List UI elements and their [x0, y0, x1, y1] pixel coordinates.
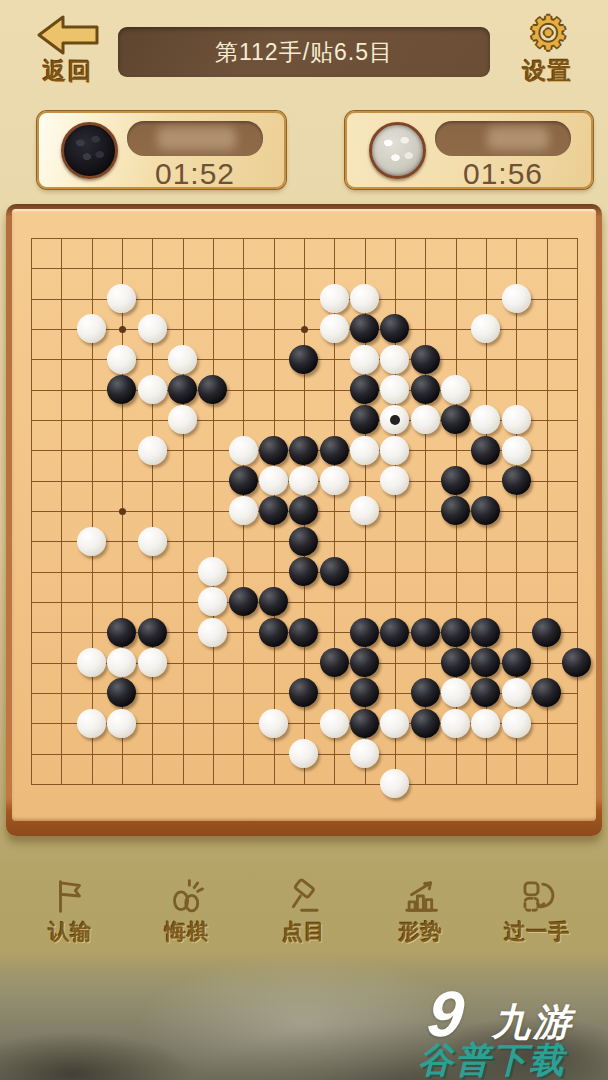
black-stone: [289, 618, 318, 647]
black-stone-bowl-icon: [61, 122, 118, 179]
black-player-name: [127, 121, 263, 156]
white-stone: [471, 314, 500, 343]
white-stone: [350, 284, 379, 313]
white-stone: [502, 405, 531, 434]
black-stone: [441, 466, 470, 495]
black-stone: [289, 345, 318, 374]
star-point: [119, 326, 126, 333]
white-stone: [471, 709, 500, 738]
white-stone: [320, 709, 349, 738]
black-stone: [350, 618, 379, 647]
white-stone: [198, 587, 227, 616]
white-stone: [380, 375, 409, 404]
white-stone: [77, 527, 106, 556]
black-stone: [350, 375, 379, 404]
white-stone: [168, 345, 197, 374]
white-stone: [320, 466, 349, 495]
white-stone: [380, 405, 409, 434]
white-stone: [380, 709, 409, 738]
white-stone: [77, 709, 106, 738]
black-stone: [259, 436, 288, 465]
white-stone: [411, 405, 440, 434]
white-stone: [502, 284, 531, 313]
gear-icon: ⚙: [508, 10, 588, 56]
white-stone: [107, 284, 136, 313]
white-stone: [77, 314, 106, 343]
blurred-name: [487, 127, 550, 149]
black-stone: [350, 678, 379, 707]
black-stone: [168, 375, 197, 404]
go-app-screen: 返回 第112手/贴6.5目 ⚙ 设置 01:52 01:56 认输: [0, 0, 608, 1080]
trend-button[interactable]: 形势: [373, 878, 469, 946]
white-timer: 01:56: [435, 157, 571, 191]
black-stone: [471, 618, 500, 647]
black-stone: [320, 648, 349, 677]
black-stone: [350, 648, 379, 677]
star-point: [119, 508, 126, 515]
black-stone: [471, 496, 500, 525]
white-stone: [350, 345, 379, 374]
black-stone: [350, 709, 379, 738]
white-stone: [380, 436, 409, 465]
pass-button[interactable]: 过一手: [490, 878, 586, 946]
black-stone: [289, 436, 318, 465]
download-site-name: 谷普下载: [418, 1037, 566, 1080]
black-stone: [411, 375, 440, 404]
count-button[interactable]: 点目: [256, 878, 352, 946]
black-stone: [471, 678, 500, 707]
white-stone: [138, 314, 167, 343]
white-stone: [380, 769, 409, 798]
white-stone: [380, 466, 409, 495]
resign-button[interactable]: 认输: [22, 878, 118, 946]
back-button[interactable]: 返回: [22, 14, 114, 90]
black-stone: [380, 314, 409, 343]
white-stone: [77, 648, 106, 677]
black-stone: [259, 587, 288, 616]
white-stone: [138, 527, 167, 556]
white-stone: [229, 436, 258, 465]
white-stone: [320, 314, 349, 343]
settings-button[interactable]: ⚙ 设置: [508, 10, 588, 90]
white-stone: [259, 466, 288, 495]
black-stone: [471, 436, 500, 465]
gavel-icon: [285, 878, 323, 914]
flag-icon: [51, 878, 89, 914]
black-stone: [107, 375, 136, 404]
black-stone: [502, 466, 531, 495]
trend-chart-icon: [402, 878, 440, 914]
black-stone: [471, 648, 500, 677]
white-player-name: [435, 121, 571, 156]
black-stone: [411, 709, 440, 738]
white-stone: [502, 678, 531, 707]
count-label: 点目: [256, 918, 352, 946]
white-stone: [350, 436, 379, 465]
white-stone-bowl-icon: [369, 122, 426, 179]
white-stone: [441, 375, 470, 404]
white-stone: [289, 466, 318, 495]
white-stone: [380, 345, 409, 374]
black-stone: [441, 405, 470, 434]
black-stone: [229, 466, 258, 495]
black-stone: [350, 405, 379, 434]
back-label: 返回: [22, 56, 114, 87]
undo-label: 悔棋: [139, 918, 235, 946]
white-stone: [198, 557, 227, 586]
white-stone: [107, 709, 136, 738]
settings-label: 设置: [508, 56, 588, 87]
resign-label: 认输: [22, 918, 118, 946]
black-stone: [532, 678, 561, 707]
pass-icon: [519, 878, 557, 914]
black-stone: [198, 375, 227, 404]
go-grid: [31, 238, 578, 785]
white-stone: [441, 678, 470, 707]
white-stone: [107, 648, 136, 677]
black-stone: [411, 618, 440, 647]
store-watermark: 9 九游 谷普下载: [400, 975, 608, 1080]
black-stone: [441, 496, 470, 525]
black-stone: [289, 557, 318, 586]
white-stone: [320, 284, 349, 313]
white-stone: [350, 739, 379, 768]
black-stone: [502, 648, 531, 677]
white-stone: [441, 709, 470, 738]
pass-label: 过一手: [490, 918, 586, 946]
back-arrow-icon: [35, 14, 101, 56]
white-stone: [502, 436, 531, 465]
star-point: [301, 326, 308, 333]
black-stone: [107, 678, 136, 707]
go-board[interactable]: [12, 209, 596, 821]
white-stone: [107, 345, 136, 374]
black-stone: [107, 618, 136, 647]
trend-label: 形势: [373, 918, 469, 946]
white-stone: [471, 405, 500, 434]
black-stone: [411, 678, 440, 707]
black-stone: [138, 618, 167, 647]
white-stone: [138, 648, 167, 677]
undo-button[interactable]: 悔棋: [139, 878, 235, 946]
black-stone: [289, 496, 318, 525]
black-stone: [289, 678, 318, 707]
black-stone: [411, 345, 440, 374]
black-timer: 01:52: [127, 157, 263, 191]
black-stone: [350, 314, 379, 343]
white-stone: [198, 618, 227, 647]
white-stone: [259, 709, 288, 738]
black-stone: [562, 648, 591, 677]
black-stone: [380, 618, 409, 647]
blurred-name: [157, 127, 236, 149]
move-info-pill: 第112手/贴6.5目: [118, 27, 490, 77]
white-stone: [229, 496, 258, 525]
black-stone: [532, 618, 561, 647]
white-stone: [168, 405, 197, 434]
black-player-panel: 01:52: [37, 111, 286, 189]
black-stone: [320, 436, 349, 465]
black-stone: [441, 618, 470, 647]
white-stone: [138, 436, 167, 465]
black-stone: [259, 496, 288, 525]
white-stone: [502, 709, 531, 738]
black-stone: [441, 648, 470, 677]
black-stone: [259, 618, 288, 647]
last-move-marker: [390, 415, 400, 425]
white-player-panel: 01:56: [345, 111, 593, 189]
black-stone: [289, 527, 318, 556]
white-stone: [289, 739, 318, 768]
black-stone: [320, 557, 349, 586]
undo-stones-icon: [168, 878, 206, 914]
black-stone: [229, 587, 258, 616]
white-stone: [350, 496, 379, 525]
go-board-frame: [6, 204, 602, 836]
white-stone: [138, 375, 167, 404]
